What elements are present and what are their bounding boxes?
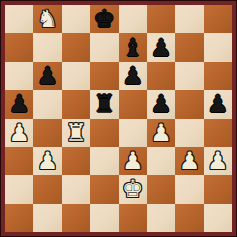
- square-c6[interactable]: [62, 62, 90, 90]
- black-pawn[interactable]: ♟: [207, 92, 229, 116]
- square-a3[interactable]: [5, 147, 33, 175]
- square-b8[interactable]: ♞: [33, 5, 61, 33]
- square-b2[interactable]: [33, 175, 61, 203]
- square-b5[interactable]: [33, 90, 61, 118]
- square-h5[interactable]: ♟: [204, 90, 232, 118]
- square-a5[interactable]: ♟: [5, 90, 33, 118]
- square-d3[interactable]: [90, 147, 118, 175]
- square-a4[interactable]: ♟: [5, 119, 33, 147]
- square-d6[interactable]: [90, 62, 118, 90]
- square-c7[interactable]: [62, 33, 90, 61]
- square-a7[interactable]: [5, 33, 33, 61]
- square-h4[interactable]: [204, 119, 232, 147]
- square-d8[interactable]: ♚: [90, 5, 118, 33]
- white-pawn[interactable]: ♟: [207, 149, 229, 173]
- square-d2[interactable]: [90, 175, 118, 203]
- square-b3[interactable]: ♟: [33, 147, 61, 175]
- white-pawn[interactable]: ♟: [179, 149, 201, 173]
- white-pawn[interactable]: ♟: [37, 149, 59, 173]
- square-g5[interactable]: [175, 90, 203, 118]
- square-b1[interactable]: [33, 204, 61, 232]
- square-h1[interactable]: [204, 204, 232, 232]
- square-f3[interactable]: [147, 147, 175, 175]
- square-e5[interactable]: [119, 90, 147, 118]
- square-f7[interactable]: ♟: [147, 33, 175, 61]
- chess-board: ♞♚♝♟♟♟♟♜♟♟♟♜♟♟♟♟♟♚: [5, 5, 232, 232]
- square-g7[interactable]: [175, 33, 203, 61]
- square-g6[interactable]: [175, 62, 203, 90]
- square-d4[interactable]: [90, 119, 118, 147]
- white-pawn[interactable]: ♟: [8, 121, 30, 145]
- black-pawn[interactable]: ♟: [150, 92, 172, 116]
- black-pawn[interactable]: ♟: [37, 64, 59, 88]
- square-c8[interactable]: [62, 5, 90, 33]
- white-knight[interactable]: ♞: [37, 7, 59, 31]
- square-f2[interactable]: [147, 175, 175, 203]
- square-e2[interactable]: ♚: [119, 175, 147, 203]
- black-pawn[interactable]: ♟: [8, 92, 30, 116]
- square-c3[interactable]: [62, 147, 90, 175]
- square-f6[interactable]: [147, 62, 175, 90]
- square-c4[interactable]: ♜: [62, 119, 90, 147]
- square-e8[interactable]: [119, 5, 147, 33]
- white-rook[interactable]: ♜: [65, 121, 87, 145]
- square-c5[interactable]: [62, 90, 90, 118]
- square-g3[interactable]: ♟: [175, 147, 203, 175]
- square-f8[interactable]: [147, 5, 175, 33]
- square-h7[interactable]: [204, 33, 232, 61]
- square-h8[interactable]: [204, 5, 232, 33]
- square-b7[interactable]: [33, 33, 61, 61]
- square-h6[interactable]: [204, 62, 232, 90]
- black-pawn[interactable]: ♟: [150, 36, 172, 60]
- black-rook[interactable]: ♜: [94, 92, 116, 116]
- square-e3[interactable]: ♟: [119, 147, 147, 175]
- white-pawn[interactable]: ♟: [150, 121, 172, 145]
- square-f5[interactable]: ♟: [147, 90, 175, 118]
- square-b4[interactable]: [33, 119, 61, 147]
- white-king[interactable]: ♚: [122, 177, 144, 201]
- square-g8[interactable]: [175, 5, 203, 33]
- square-c1[interactable]: [62, 204, 90, 232]
- square-g4[interactable]: [175, 119, 203, 147]
- square-a1[interactable]: [5, 204, 33, 232]
- square-c2[interactable]: [62, 175, 90, 203]
- square-a8[interactable]: [5, 5, 33, 33]
- square-f1[interactable]: [147, 204, 175, 232]
- square-d7[interactable]: [90, 33, 118, 61]
- square-e7[interactable]: ♝: [119, 33, 147, 61]
- square-d1[interactable]: [90, 204, 118, 232]
- square-g1[interactable]: [175, 204, 203, 232]
- square-h2[interactable]: [204, 175, 232, 203]
- black-pawn[interactable]: ♟: [122, 64, 144, 88]
- square-e4[interactable]: [119, 119, 147, 147]
- square-e1[interactable]: [119, 204, 147, 232]
- chess-board-frame: ♞♚♝♟♟♟♟♜♟♟♟♜♟♟♟♟♟♚: [0, 0, 237, 237]
- black-bishop[interactable]: ♝: [122, 36, 144, 60]
- square-a2[interactable]: [5, 175, 33, 203]
- square-b6[interactable]: ♟: [33, 62, 61, 90]
- white-pawn[interactable]: ♟: [122, 149, 144, 173]
- square-d5[interactable]: ♜: [90, 90, 118, 118]
- square-f4[interactable]: ♟: [147, 119, 175, 147]
- black-king[interactable]: ♚: [94, 7, 116, 31]
- square-a6[interactable]: [5, 62, 33, 90]
- square-g2[interactable]: [175, 175, 203, 203]
- square-e6[interactable]: ♟: [119, 62, 147, 90]
- square-h3[interactable]: ♟: [204, 147, 232, 175]
